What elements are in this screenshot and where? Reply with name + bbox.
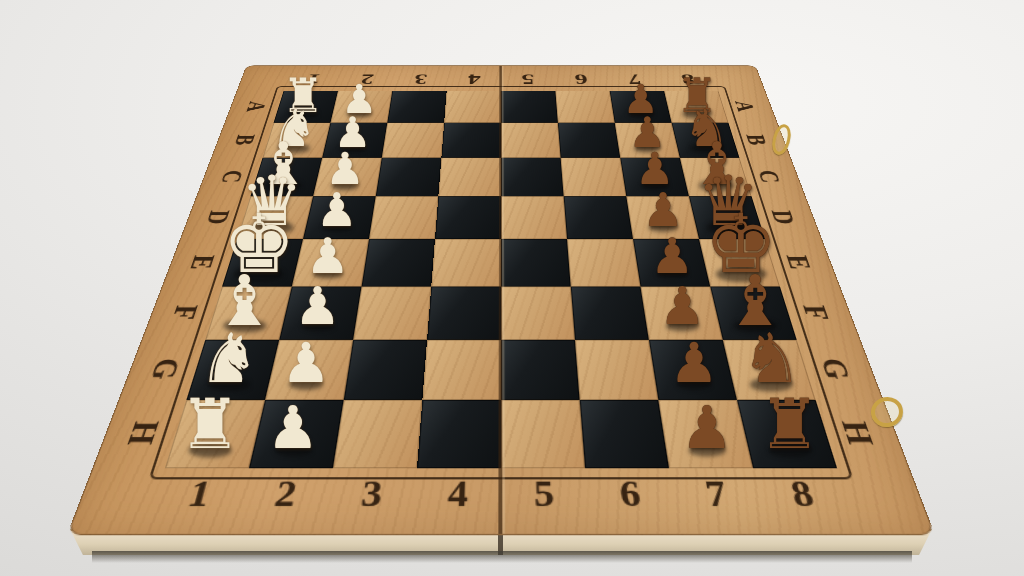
piece-white-pawn-e2[interactable]: ♟ — [306, 231, 350, 280]
piece-white-pawn-f2[interactable]: ♟ — [294, 281, 341, 333]
piece-black-pawn-f7[interactable]: ♟ — [659, 281, 706, 333]
piece-white-rook-h1[interactable]: ♜ — [179, 391, 241, 460]
piece-white-pawn-h2[interactable]: ♟ — [267, 400, 320, 459]
piece-white-knight-g1[interactable]: ♞ — [198, 325, 259, 393]
piece-black-pawn-g7[interactable]: ♟ — [669, 336, 719, 391]
pieces-layer: ♜♞♝♛♚♝♞♜♟♟♟♟♟♟♟♟♟♟♟♟♟♟♟♟♜♞♝♛♚♝♞♜ — [0, 0, 1024, 576]
chess-box-photo-scene: AABBCCDDEEFFGGHH1122334455667788 ♜♞♝♛♚♝♞… — [0, 0, 1024, 576]
piece-black-pawn-h7[interactable]: ♟ — [681, 400, 734, 459]
piece-black-knight-g8[interactable]: ♞ — [741, 325, 802, 393]
piece-black-pawn-e7[interactable]: ♟ — [650, 231, 694, 280]
piece-black-rook-h8[interactable]: ♜ — [759, 391, 821, 460]
piece-white-pawn-g2[interactable]: ♟ — [281, 336, 331, 391]
